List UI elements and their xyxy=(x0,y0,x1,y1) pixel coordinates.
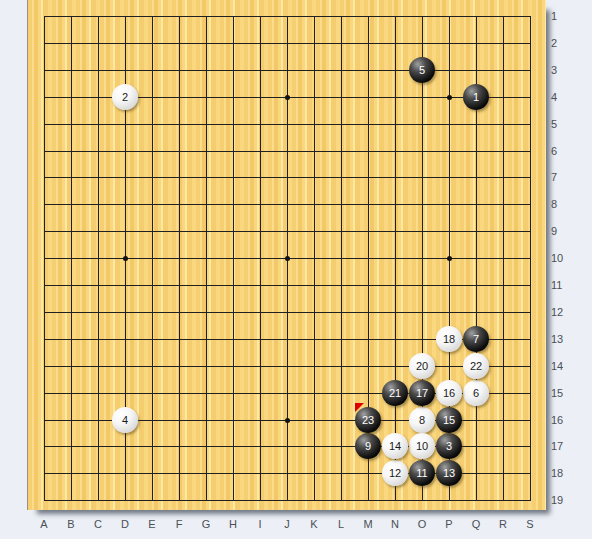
grid-line-horizontal xyxy=(44,151,531,152)
col-label-C: C xyxy=(94,517,102,531)
stone-move-number: 6 xyxy=(473,387,479,399)
stone-black-1: 1 xyxy=(463,84,489,110)
stone-black-13: 13 xyxy=(436,460,462,486)
col-label-S: S xyxy=(526,517,533,531)
row-label-13: 13 xyxy=(551,332,563,346)
stone-move-number: 16 xyxy=(443,387,455,399)
stone-black-5: 5 xyxy=(409,57,435,83)
grid-line-horizontal xyxy=(44,312,531,313)
stone-move-number: 7 xyxy=(473,333,479,345)
stone-move-number: 20 xyxy=(416,360,428,372)
grid-line-horizontal xyxy=(44,366,531,367)
stone-white-4: 4 xyxy=(112,407,138,433)
row-label-2: 2 xyxy=(551,36,557,50)
row-label-3: 3 xyxy=(551,63,557,77)
stone-move-number: 5 xyxy=(419,64,425,76)
star-point xyxy=(123,256,128,261)
col-label-P: P xyxy=(445,517,452,531)
stone-white-18: 18 xyxy=(436,326,462,352)
col-label-G: G xyxy=(202,517,211,531)
stone-black-3: 3 xyxy=(436,433,462,459)
stone-move-number: 14 xyxy=(389,440,401,452)
stone-move-number: 4 xyxy=(122,414,128,426)
row-label-18: 18 xyxy=(551,466,563,480)
grid-line-horizontal xyxy=(44,204,531,205)
row-label-1: 1 xyxy=(551,9,557,23)
stone-white-16: 16 xyxy=(436,380,462,406)
stone-move-number: 18 xyxy=(443,333,455,345)
stone-move-number: 1 xyxy=(473,91,479,103)
grid-line-horizontal xyxy=(44,16,531,17)
col-label-D: D xyxy=(121,517,129,531)
stone-move-number: 21 xyxy=(389,387,401,399)
star-point xyxy=(285,256,290,261)
star-point xyxy=(285,95,290,100)
star-point xyxy=(447,95,452,100)
row-label-12: 12 xyxy=(551,305,563,319)
stone-black-15: 15 xyxy=(436,407,462,433)
row-label-4: 4 xyxy=(551,90,557,104)
stone-white-20: 20 xyxy=(409,353,435,379)
row-label-14: 14 xyxy=(551,359,563,373)
stone-move-number: 15 xyxy=(443,414,455,426)
stone-move-number: 2 xyxy=(122,91,128,103)
stone-move-number: 8 xyxy=(419,414,425,426)
stone-move-number: 12 xyxy=(389,467,401,479)
stone-move-number: 22 xyxy=(470,360,482,372)
stone-move-number: 11 xyxy=(416,467,427,479)
row-label-16: 16 xyxy=(551,413,563,427)
stone-move-number: 3 xyxy=(446,440,452,452)
col-label-H: H xyxy=(229,517,237,531)
stone-move-number: 17 xyxy=(416,387,428,399)
col-label-A: A xyxy=(40,517,47,531)
grid-line-horizontal xyxy=(44,285,531,286)
col-label-I: I xyxy=(258,517,261,531)
col-label-L: L xyxy=(338,517,344,531)
stone-black-11: 11 xyxy=(409,460,435,486)
row-label-9: 9 xyxy=(551,224,557,238)
star-point xyxy=(285,418,290,423)
stone-move-number: 10 xyxy=(416,440,428,452)
row-label-6: 6 xyxy=(551,144,557,158)
row-label-7: 7 xyxy=(551,170,557,184)
row-label-10: 10 xyxy=(551,251,563,265)
row-label-11: 11 xyxy=(551,278,562,292)
stone-white-12: 12 xyxy=(382,460,408,486)
stone-white-8: 8 xyxy=(409,407,435,433)
stone-move-number: 13 xyxy=(443,467,455,479)
col-label-M: M xyxy=(363,517,372,531)
col-label-J: J xyxy=(284,517,290,531)
col-label-K: K xyxy=(310,517,317,531)
grid-line-horizontal xyxy=(44,231,531,232)
stone-move-number: 9 xyxy=(365,440,371,452)
row-label-19: 19 xyxy=(551,493,563,507)
grid-line-horizontal xyxy=(44,124,531,125)
go-board: 12345678910111213141516171820212223 xyxy=(27,0,546,510)
grid-line-horizontal xyxy=(44,177,531,178)
col-label-R: R xyxy=(499,517,507,531)
col-label-B: B xyxy=(67,517,74,531)
col-label-E: E xyxy=(148,517,155,531)
col-label-N: N xyxy=(391,517,399,531)
col-label-O: O xyxy=(418,517,427,531)
col-label-F: F xyxy=(176,517,183,531)
stone-white-14: 14 xyxy=(382,433,408,459)
row-label-5: 5 xyxy=(551,117,557,131)
col-label-Q: Q xyxy=(472,517,481,531)
last-move-marker xyxy=(355,403,364,412)
row-label-15: 15 xyxy=(551,386,563,400)
grid-line-horizontal xyxy=(44,43,531,44)
stone-black-7: 7 xyxy=(463,326,489,352)
stone-white-2: 2 xyxy=(112,84,138,110)
stone-black-17: 17 xyxy=(409,380,435,406)
stone-black-21: 21 xyxy=(382,380,408,406)
stone-white-22: 22 xyxy=(463,353,489,379)
go-board-diagram: 12345678910111213141516171820212223 ABCD… xyxy=(0,0,592,539)
stone-move-number: 23 xyxy=(362,414,374,426)
row-label-8: 8 xyxy=(551,197,557,211)
stone-black-9: 9 xyxy=(355,433,381,459)
grid-line-horizontal xyxy=(44,500,531,501)
grid-line-horizontal xyxy=(44,70,531,71)
row-label-17: 17 xyxy=(551,439,563,453)
stone-white-10: 10 xyxy=(409,433,435,459)
stone-white-6: 6 xyxy=(463,380,489,406)
star-point xyxy=(447,256,452,261)
